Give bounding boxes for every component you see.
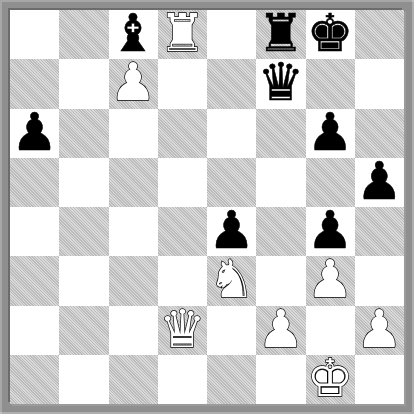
square-d6[interactable] bbox=[158, 109, 207, 158]
square-e7[interactable] bbox=[207, 59, 256, 108]
square-e5[interactable] bbox=[207, 158, 256, 207]
chess-board: ♝♜♜♚♟♛♟♟♟♟♟♞♟♛♟♟♚ bbox=[10, 10, 404, 404]
square-a7[interactable] bbox=[10, 59, 59, 108]
square-h7[interactable] bbox=[355, 59, 404, 108]
piece-white-pawn: ♟ bbox=[356, 305, 403, 354]
square-d8[interactable]: ♜ bbox=[158, 10, 207, 59]
square-f6[interactable] bbox=[256, 109, 305, 158]
piece-black-pawn: ♟ bbox=[11, 108, 58, 157]
piece-black-pawn: ♟ bbox=[307, 108, 354, 157]
square-a2[interactable] bbox=[10, 306, 59, 355]
square-g7[interactable] bbox=[306, 59, 355, 108]
square-g1[interactable]: ♚ bbox=[306, 355, 355, 404]
square-b6[interactable] bbox=[59, 109, 108, 158]
piece-black-pawn: ♟ bbox=[307, 206, 354, 255]
square-g2[interactable] bbox=[306, 306, 355, 355]
square-b8[interactable] bbox=[59, 10, 108, 59]
square-a3[interactable] bbox=[10, 256, 59, 305]
square-c1[interactable] bbox=[109, 355, 158, 404]
square-f2[interactable]: ♟ bbox=[256, 306, 305, 355]
piece-black-pawn: ♟ bbox=[356, 157, 403, 206]
piece-black-queen: ♛ bbox=[258, 58, 305, 107]
square-f4[interactable] bbox=[256, 207, 305, 256]
piece-white-knight: ♞ bbox=[208, 255, 255, 304]
square-b2[interactable] bbox=[59, 306, 108, 355]
square-b7[interactable] bbox=[59, 59, 108, 108]
square-d2[interactable]: ♛ bbox=[158, 306, 207, 355]
board-frame: ♝♜♜♚♟♛♟♟♟♟♟♞♟♛♟♟♚ bbox=[0, 0, 414, 414]
square-c3[interactable] bbox=[109, 256, 158, 305]
square-e4[interactable]: ♟ bbox=[207, 207, 256, 256]
square-c8[interactable]: ♝ bbox=[109, 10, 158, 59]
square-h5[interactable]: ♟ bbox=[355, 158, 404, 207]
piece-white-queen: ♛ bbox=[159, 305, 206, 354]
square-d1[interactable] bbox=[158, 355, 207, 404]
square-e6[interactable] bbox=[207, 109, 256, 158]
square-a6[interactable]: ♟ bbox=[10, 109, 59, 158]
piece-white-pawn: ♟ bbox=[258, 305, 305, 354]
square-e2[interactable] bbox=[207, 306, 256, 355]
piece-white-pawn: ♟ bbox=[307, 255, 354, 304]
piece-black-bishop: ♝ bbox=[110, 9, 157, 58]
square-f8[interactable]: ♜ bbox=[256, 10, 305, 59]
square-f5[interactable] bbox=[256, 158, 305, 207]
piece-black-pawn: ♟ bbox=[208, 206, 255, 255]
square-b5[interactable] bbox=[59, 158, 108, 207]
square-a4[interactable] bbox=[10, 207, 59, 256]
square-g6[interactable]: ♟ bbox=[306, 109, 355, 158]
square-g4[interactable]: ♟ bbox=[306, 207, 355, 256]
square-h2[interactable]: ♟ bbox=[355, 306, 404, 355]
square-h6[interactable] bbox=[355, 109, 404, 158]
square-b3[interactable] bbox=[59, 256, 108, 305]
square-b4[interactable] bbox=[59, 207, 108, 256]
piece-white-king: ♚ bbox=[307, 354, 354, 403]
square-a8[interactable] bbox=[10, 10, 59, 59]
piece-white-pawn: ♟ bbox=[110, 58, 157, 107]
square-d7[interactable] bbox=[158, 59, 207, 108]
square-e8[interactable] bbox=[207, 10, 256, 59]
piece-black-rook: ♜ bbox=[258, 9, 305, 58]
piece-white-rook: ♜ bbox=[159, 9, 206, 58]
square-g8[interactable]: ♚ bbox=[306, 10, 355, 59]
square-e3[interactable]: ♞ bbox=[207, 256, 256, 305]
square-g5[interactable] bbox=[306, 158, 355, 207]
square-h8[interactable] bbox=[355, 10, 404, 59]
square-h4[interactable] bbox=[355, 207, 404, 256]
piece-black-king: ♚ bbox=[307, 9, 354, 58]
square-c2[interactable] bbox=[109, 306, 158, 355]
square-e1[interactable] bbox=[207, 355, 256, 404]
square-c4[interactable] bbox=[109, 207, 158, 256]
square-h3[interactable] bbox=[355, 256, 404, 305]
square-d3[interactable] bbox=[158, 256, 207, 305]
square-d5[interactable] bbox=[158, 158, 207, 207]
square-b1[interactable] bbox=[59, 355, 108, 404]
square-c5[interactable] bbox=[109, 158, 158, 207]
square-h1[interactable] bbox=[355, 355, 404, 404]
square-f7[interactable]: ♛ bbox=[256, 59, 305, 108]
square-f1[interactable] bbox=[256, 355, 305, 404]
square-f3[interactable] bbox=[256, 256, 305, 305]
square-g3[interactable]: ♟ bbox=[306, 256, 355, 305]
square-d4[interactable] bbox=[158, 207, 207, 256]
square-c7[interactable]: ♟ bbox=[109, 59, 158, 108]
square-a1[interactable] bbox=[10, 355, 59, 404]
square-a5[interactable] bbox=[10, 158, 59, 207]
square-c6[interactable] bbox=[109, 109, 158, 158]
